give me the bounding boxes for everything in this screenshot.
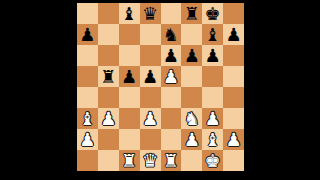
square-d3[interactable]: ♟ xyxy=(140,108,161,129)
black-pawn-a7[interactable]: ♟ xyxy=(79,25,95,43)
white-pawn-d3[interactable]: ♟ xyxy=(142,109,158,127)
square-c5[interactable]: ♟ xyxy=(119,66,140,87)
white-pawn-a2[interactable]: ♟ xyxy=(79,130,95,148)
black-bishop-g7[interactable]: ♝ xyxy=(205,25,221,43)
white-pawn-e5[interactable]: ♟ xyxy=(163,67,179,85)
square-e7[interactable]: ♞ xyxy=(161,24,182,45)
square-h2[interactable]: ♟ xyxy=(223,129,244,150)
square-h5[interactable] xyxy=(223,66,244,87)
square-f8[interactable]: ♜ xyxy=(181,3,202,24)
square-a7[interactable]: ♟ xyxy=(77,24,98,45)
square-b2[interactable] xyxy=(98,129,119,150)
square-e2[interactable] xyxy=(161,129,182,150)
square-h8[interactable] xyxy=(223,3,244,24)
square-b7[interactable] xyxy=(98,24,119,45)
square-h1[interactable] xyxy=(223,150,244,171)
square-d2[interactable] xyxy=(140,129,161,150)
square-f5[interactable] xyxy=(181,66,202,87)
black-pawn-g6[interactable]: ♟ xyxy=(205,46,221,64)
chess-board: ♝♛♜♚♟♞♝♟♟♟♟♜♟♟♟♝♟♟♞♟♟♟♝♟♜♛♜♚ xyxy=(77,3,244,171)
square-g3[interactable]: ♟ xyxy=(202,108,223,129)
square-d5[interactable]: ♟ xyxy=(140,66,161,87)
square-b6[interactable] xyxy=(98,45,119,66)
square-d6[interactable] xyxy=(140,45,161,66)
black-knight-e7[interactable]: ♞ xyxy=(163,25,179,43)
white-knight-f3[interactable]: ♞ xyxy=(184,109,200,127)
black-pawn-h7[interactable]: ♟ xyxy=(225,25,241,43)
square-a6[interactable] xyxy=(77,45,98,66)
square-g7[interactable]: ♝ xyxy=(202,24,223,45)
white-pawn-f2[interactable]: ♟ xyxy=(184,130,200,148)
square-c4[interactable] xyxy=(119,87,140,108)
white-queen-d1[interactable]: ♛ xyxy=(142,151,158,169)
square-c2[interactable] xyxy=(119,129,140,150)
square-b8[interactable] xyxy=(98,3,119,24)
white-king-g1[interactable]: ♚ xyxy=(205,151,221,169)
white-rook-c1[interactable]: ♜ xyxy=(121,151,137,169)
square-d1[interactable]: ♛ xyxy=(140,150,161,171)
square-c1[interactable]: ♜ xyxy=(119,150,140,171)
square-e6[interactable]: ♟ xyxy=(161,45,182,66)
square-f4[interactable] xyxy=(181,87,202,108)
square-b5[interactable]: ♜ xyxy=(98,66,119,87)
square-c3[interactable] xyxy=(119,108,140,129)
square-d7[interactable] xyxy=(140,24,161,45)
square-d8[interactable]: ♛ xyxy=(140,3,161,24)
square-f2[interactable]: ♟ xyxy=(181,129,202,150)
square-g5[interactable] xyxy=(202,66,223,87)
square-b1[interactable] xyxy=(98,150,119,171)
square-g6[interactable]: ♟ xyxy=(202,45,223,66)
square-a5[interactable] xyxy=(77,66,98,87)
square-f6[interactable]: ♟ xyxy=(181,45,202,66)
square-f7[interactable] xyxy=(181,24,202,45)
square-e4[interactable] xyxy=(161,87,182,108)
square-a1[interactable] xyxy=(77,150,98,171)
black-pawn-f6[interactable]: ♟ xyxy=(184,46,200,64)
square-c7[interactable] xyxy=(119,24,140,45)
square-h3[interactable] xyxy=(223,108,244,129)
square-b4[interactable] xyxy=(98,87,119,108)
white-rook-e1[interactable]: ♜ xyxy=(163,151,179,169)
square-e1[interactable]: ♜ xyxy=(161,150,182,171)
black-king-g8[interactable]: ♚ xyxy=(205,4,221,22)
square-c8[interactable]: ♝ xyxy=(119,3,140,24)
white-bishop-a3[interactable]: ♝ xyxy=(79,109,95,127)
white-pawn-b3[interactable]: ♟ xyxy=(100,109,116,127)
square-e8[interactable] xyxy=(161,3,182,24)
square-f3[interactable]: ♞ xyxy=(181,108,202,129)
video-frame: ♝♛♜♚♟♞♝♟♟♟♟♜♟♟♟♝♟♟♞♟♟♟♝♟♜♛♜♚ xyxy=(0,0,320,180)
square-g1[interactable]: ♚ xyxy=(202,150,223,171)
square-h4[interactable] xyxy=(223,87,244,108)
square-a3[interactable]: ♝ xyxy=(77,108,98,129)
square-d4[interactable] xyxy=(140,87,161,108)
square-a4[interactable] xyxy=(77,87,98,108)
white-pawn-h2[interactable]: ♟ xyxy=(225,130,241,148)
square-a8[interactable] xyxy=(77,3,98,24)
square-b3[interactable]: ♟ xyxy=(98,108,119,129)
square-g2[interactable]: ♝ xyxy=(202,129,223,150)
square-e5[interactable]: ♟ xyxy=(161,66,182,87)
black-rook-f8[interactable]: ♜ xyxy=(184,4,200,22)
black-pawn-d5[interactable]: ♟ xyxy=(142,67,158,85)
white-pawn-g3[interactable]: ♟ xyxy=(205,109,221,127)
square-g4[interactable] xyxy=(202,87,223,108)
square-h7[interactable]: ♟ xyxy=(223,24,244,45)
square-h6[interactable] xyxy=(223,45,244,66)
square-c6[interactable] xyxy=(119,45,140,66)
white-bishop-g2[interactable]: ♝ xyxy=(205,130,221,148)
black-pawn-e6[interactable]: ♟ xyxy=(163,46,179,64)
square-f1[interactable] xyxy=(181,150,202,171)
black-pawn-c5[interactable]: ♟ xyxy=(121,67,137,85)
black-queen-d8[interactable]: ♛ xyxy=(142,4,158,22)
black-bishop-c8[interactable]: ♝ xyxy=(121,4,137,22)
square-g8[interactable]: ♚ xyxy=(202,3,223,24)
square-a2[interactable]: ♟ xyxy=(77,129,98,150)
black-rook-b5[interactable]: ♜ xyxy=(100,67,116,85)
square-e3[interactable] xyxy=(161,108,182,129)
